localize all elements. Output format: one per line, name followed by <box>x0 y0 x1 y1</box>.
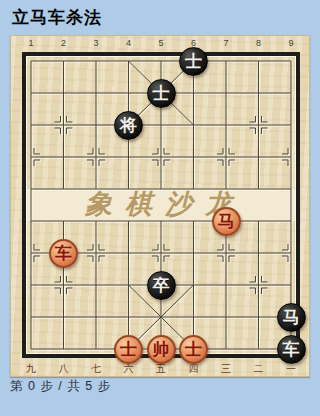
piece-red-general[interactable]: 帅 <box>147 335 176 364</box>
file-label-top: 5 <box>145 38 177 48</box>
file-label-top: 4 <box>113 38 145 48</box>
file-label-top: 9 <box>275 38 307 48</box>
file-label-bottom: 九 <box>15 362 47 376</box>
piece-red-horse[interactable]: 马 <box>212 207 241 236</box>
xiangqi-board[interactable]: 象棋沙龙 123456789九八七六五四三二一士士将马车卒马士帅士车 <box>10 35 310 377</box>
file-label-top: 2 <box>48 38 80 48</box>
file-label-bottom: 六 <box>113 362 145 376</box>
piece-red-chariot[interactable]: 车 <box>49 239 78 268</box>
puzzle-title: 立马车杀法 <box>12 6 102 29</box>
file-label-top: 1 <box>15 38 47 48</box>
file-label-bottom: 八 <box>48 362 80 376</box>
file-label-bottom: 二 <box>243 362 275 376</box>
piece-black-soldier[interactable]: 卒 <box>147 271 176 300</box>
file-label-bottom: 七 <box>80 362 112 376</box>
move-counter: 第 0 步 / 共 5 步 <box>10 378 111 395</box>
piece-black-general[interactable]: 将 <box>114 111 143 140</box>
piece-black-horse[interactable]: 马 <box>277 303 306 332</box>
file-label-top: 7 <box>210 38 242 48</box>
file-label-bottom: 四 <box>178 362 210 376</box>
file-label-top: 8 <box>243 38 275 48</box>
piece-black-advisor[interactable]: 士 <box>147 79 176 108</box>
piece-black-chariot[interactable]: 车 <box>277 335 306 364</box>
piece-black-advisor[interactable]: 士 <box>179 47 208 76</box>
file-label-bottom: 一 <box>275 362 307 376</box>
piece-red-advisor[interactable]: 士 <box>114 335 143 364</box>
file-label-bottom: 三 <box>210 362 242 376</box>
piece-red-advisor[interactable]: 士 <box>179 335 208 364</box>
app: 立马车杀法 象棋沙龙 123456789九八七六五四三二一士士将马车卒马士帅士车… <box>0 0 320 416</box>
file-label-bottom: 五 <box>145 362 177 376</box>
file-label-top: 3 <box>80 38 112 48</box>
